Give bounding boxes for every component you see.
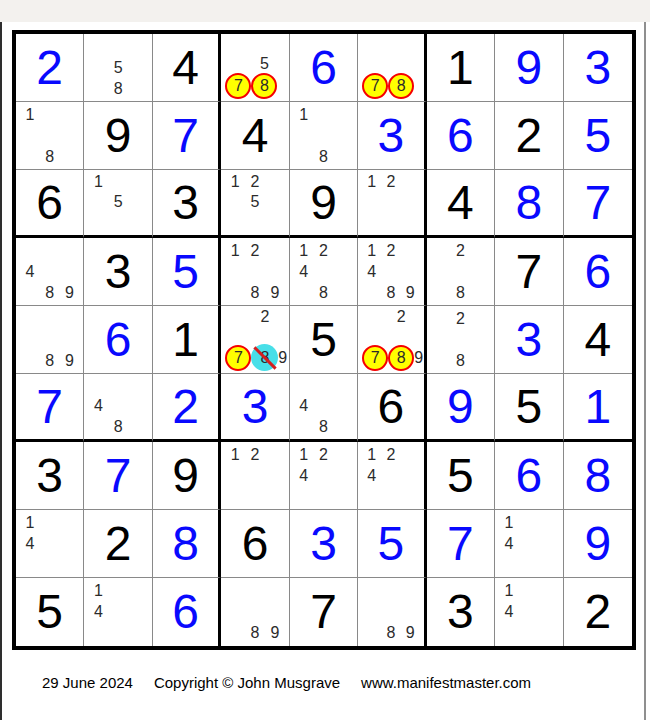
cell-r1c4[interactable]: 578 <box>221 34 289 102</box>
pencil-marks: 89 <box>362 580 419 644</box>
pencil-marks: 578 <box>225 36 284 99</box>
pencil-marks: 124 <box>362 444 419 507</box>
entered-digit: 7 <box>16 374 83 439</box>
cell-r8c4[interactable]: 6 <box>221 510 289 578</box>
cell-r5c3[interactable]: 1 <box>153 306 221 374</box>
given-digit: 1 <box>427 34 494 101</box>
pencil-marks: 28 <box>431 308 490 371</box>
footer-copyright: Copyright © John Musgrave <box>154 674 340 691</box>
cell-r4c6[interactable]: 12489 <box>358 238 426 306</box>
given-digit: 4 <box>153 34 218 101</box>
candidate: 4 <box>20 261 40 282</box>
candidate: 4 <box>362 261 381 282</box>
given-digit: 1 <box>153 306 218 373</box>
given-digit: 5 <box>16 578 83 646</box>
cell-r4c3[interactable]: 5 <box>153 238 221 306</box>
given-digit: 3 <box>153 170 218 235</box>
cell-r9c7[interactable]: 3 <box>427 578 495 646</box>
entered-digit: 6 <box>564 238 632 305</box>
candidate: 4 <box>499 533 519 554</box>
given-digit: 6 <box>16 170 83 235</box>
cell-r6c3[interactable]: 2 <box>153 374 221 442</box>
entered-digit: 6 <box>153 578 218 646</box>
candidate: 9 <box>278 344 287 371</box>
given-digit: 3 <box>16 442 83 509</box>
cell-r9c6[interactable]: 89 <box>358 578 426 646</box>
entered-digit: 5 <box>564 102 632 169</box>
cell-r5c7[interactable]: 28 <box>427 306 495 374</box>
cell-r7c7[interactable]: 5 <box>427 442 495 510</box>
cell-r4c7[interactable]: 28 <box>427 238 495 306</box>
entered-digit: 7 <box>153 102 218 169</box>
given-digit: 6 <box>221 510 288 577</box>
cell-r5c5[interactable]: 5 <box>290 306 358 374</box>
candidate: 5 <box>251 55 277 74</box>
cell-r9c2[interactable]: 14 <box>84 578 152 646</box>
pencil-marks: 14 <box>20 512 79 575</box>
cell-r6c1[interactable]: 7 <box>16 374 84 442</box>
candidate: 1 <box>294 240 314 261</box>
pencil-marks: 12 <box>225 444 284 507</box>
pencil-marks: 89 <box>20 308 79 371</box>
cell-r6c7[interactable]: 9 <box>427 374 495 442</box>
circled-candidate: 8 <box>251 73 277 99</box>
entered-digit: 3 <box>358 102 423 169</box>
candidate: 9 <box>265 282 285 303</box>
entered-digit: 1 <box>564 374 632 439</box>
candidate: 2 <box>245 444 265 465</box>
cell-r5c8[interactable]: 3 <box>495 306 563 374</box>
cell-r8c9[interactable]: 9 <box>564 510 632 578</box>
pencil-marks: 14 <box>499 512 558 575</box>
cell-r1c5[interactable]: 6 <box>290 34 358 102</box>
given-digit: 2 <box>495 102 562 169</box>
entered-digit: 3 <box>221 374 288 439</box>
candidate: 8 <box>40 282 60 303</box>
given-digit: 7 <box>290 578 357 646</box>
cell-r7c3[interactable]: 9 <box>153 442 221 510</box>
cell-r8c1[interactable]: 14 <box>16 510 84 578</box>
cell-r9c8[interactable]: 14 <box>495 578 563 646</box>
cell-r2c9[interactable]: 5 <box>564 102 632 170</box>
sudoku-board: 2584578678193189741836256153125912487489… <box>12 30 636 650</box>
circled-candidate: 8 <box>388 73 414 99</box>
window-right-border <box>644 22 646 720</box>
candidate: 1 <box>499 512 519 533</box>
entered-digit: 6 <box>495 442 562 509</box>
window-left-border <box>0 22 2 720</box>
cell-r1c7[interactable]: 1 <box>427 34 495 102</box>
candidate: 1 <box>20 512 40 533</box>
footer: 29 June 2024 Copyright © John Musgrave w… <box>42 674 531 691</box>
given-digit: 3 <box>84 238 151 305</box>
cell-r5c6[interactable]: 2789 <box>358 306 426 374</box>
given-digit: 6 <box>358 374 423 439</box>
cell-r6c2[interactable]: 48 <box>84 374 152 442</box>
candidate: 4 <box>88 601 108 622</box>
given-digit: 3 <box>427 578 494 646</box>
candidate: 1 <box>225 444 245 465</box>
cell-r5c4[interactable]: 2789 <box>221 306 289 374</box>
candidate: 8 <box>381 623 400 644</box>
candidate: 8 <box>450 350 470 371</box>
cell-r6c6[interactable]: 6 <box>358 374 426 442</box>
pencil-marks: 2789 <box>362 308 419 371</box>
given-digit: 2 <box>564 578 632 646</box>
entered-digit: 3 <box>290 510 357 577</box>
candidate: 5 <box>108 57 128 78</box>
cell-r7c5[interactable]: 124 <box>290 442 358 510</box>
candidate: 2 <box>450 240 470 261</box>
given-digit: 5 <box>495 374 562 439</box>
candidate: 1 <box>294 104 314 125</box>
cell-r2c8[interactable]: 2 <box>495 102 563 170</box>
cell-r7c4[interactable]: 12 <box>221 442 289 510</box>
cell-r8c2[interactable]: 2 <box>84 510 152 578</box>
cell-r5c1[interactable]: 89 <box>16 306 84 374</box>
candidate: 1 <box>362 240 381 261</box>
cell-r8c6[interactable]: 5 <box>358 510 426 578</box>
entered-digit: 3 <box>564 34 632 101</box>
cell-r3c9[interactable]: 7 <box>564 170 632 238</box>
pencil-marks: 14 <box>88 580 147 644</box>
candidate: 2 <box>245 240 265 261</box>
cell-r2c7[interactable]: 6 <box>427 102 495 170</box>
given-digit: 5 <box>290 306 357 373</box>
circled-candidate: 7 <box>225 345 251 371</box>
entered-digit: 5 <box>358 510 423 577</box>
candidate: 1 <box>362 172 381 192</box>
entered-digit: 9 <box>495 34 562 101</box>
candidate: 2 <box>314 444 334 465</box>
candidate: 5 <box>108 192 128 212</box>
pencil-marks: 28 <box>431 240 490 303</box>
cell-r3c8[interactable]: 8 <box>495 170 563 238</box>
entered-digit: 8 <box>153 510 218 577</box>
pencil-marks: 125 <box>225 172 284 233</box>
pencil-marks: 15 <box>88 172 147 233</box>
circled-candidate: 7 <box>362 345 388 371</box>
candidate: 1 <box>88 172 108 192</box>
given-digit: 9 <box>84 102 151 169</box>
pencil-marks: 58 <box>88 36 147 99</box>
cell-r1c6[interactable]: 78 <box>358 34 426 102</box>
cell-r1c1[interactable]: 2 <box>16 34 84 102</box>
cell-r5c9[interactable]: 4 <box>564 306 632 374</box>
entered-digit: 2 <box>16 34 83 101</box>
given-digit: 4 <box>427 170 494 235</box>
candidate: 8 <box>450 282 470 303</box>
cell-r2c1[interactable]: 18 <box>16 102 84 170</box>
cell-r2c3[interactable]: 7 <box>153 102 221 170</box>
pencil-marks: 2789 <box>225 308 284 371</box>
candidate: 8 <box>108 417 128 437</box>
cell-r9c1[interactable]: 5 <box>16 578 84 646</box>
candidate: 8 <box>108 78 128 99</box>
cell-r7c8[interactable]: 6 <box>495 442 563 510</box>
candidate: 9 <box>265 623 285 644</box>
entered-digit: 2 <box>153 374 218 439</box>
entered-digit: 8 <box>564 442 632 509</box>
cell-r3c4[interactable]: 125 <box>221 170 289 238</box>
given-digit: 5 <box>427 442 494 509</box>
cell-r6c8[interactable]: 5 <box>495 374 563 442</box>
candidate: 8 <box>40 146 60 167</box>
given-digit: 9 <box>290 170 357 235</box>
given-digit: 9 <box>153 442 218 509</box>
entered-digit: 7 <box>564 170 632 235</box>
candidate: 9 <box>414 345 423 371</box>
circled-candidate: 7 <box>362 73 388 99</box>
cell-r9c3[interactable]: 6 <box>153 578 221 646</box>
candidate: 1 <box>362 444 381 465</box>
entered-digit: 6 <box>290 34 357 101</box>
candidate: 1 <box>225 240 245 261</box>
cell-r8c7[interactable]: 7 <box>427 510 495 578</box>
cell-r4c9[interactable]: 6 <box>564 238 632 306</box>
pencil-marks: 1289 <box>225 240 284 303</box>
eliminated-candidate: 8 <box>251 344 278 371</box>
entered-digit: 6 <box>84 306 151 373</box>
pencil-marks: 18 <box>294 104 353 167</box>
candidate: 2 <box>381 444 400 465</box>
cell-r4c2[interactable]: 3 <box>84 238 152 306</box>
entered-digit: 3 <box>495 306 562 373</box>
cell-r8c8[interactable]: 14 <box>495 510 563 578</box>
cell-r5c2[interactable]: 6 <box>84 306 152 374</box>
given-digit: 7 <box>495 238 562 305</box>
candidate: 8 <box>314 282 334 303</box>
candidate: 8 <box>245 623 265 644</box>
cell-r8c5[interactable]: 3 <box>290 510 358 578</box>
pencil-marks: 78 <box>362 36 419 99</box>
candidate: 1 <box>20 104 40 125</box>
entered-digit: 8 <box>495 170 562 235</box>
candidate: 9 <box>401 282 420 303</box>
cell-r6c4[interactable]: 3 <box>221 374 289 442</box>
cell-r3c7[interactable]: 4 <box>427 170 495 238</box>
candidate: 5 <box>245 192 265 212</box>
pencil-marks: 489 <box>20 240 79 303</box>
pencil-marks: 89 <box>225 580 284 644</box>
entered-digit: 9 <box>564 510 632 577</box>
entered-digit: 9 <box>427 374 494 439</box>
candidate: 8 <box>245 282 265 303</box>
candidate: 8 <box>40 350 60 371</box>
cell-r9c5[interactable]: 7 <box>290 578 358 646</box>
cell-r3c6[interactable]: 12 <box>358 170 426 238</box>
entered-digit: 7 <box>427 510 494 577</box>
cell-r7c9[interactable]: 8 <box>564 442 632 510</box>
candidate: 1 <box>88 580 108 601</box>
cell-r6c9[interactable]: 1 <box>564 374 632 442</box>
cell-r1c9[interactable]: 3 <box>564 34 632 102</box>
pencil-marks: 1248 <box>294 240 353 303</box>
candidate: 9 <box>60 282 80 303</box>
cell-r2c4[interactable]: 4 <box>221 102 289 170</box>
cell-r6c5[interactable]: 48 <box>290 374 358 442</box>
candidate: 8 <box>314 417 334 437</box>
candidate: 2 <box>245 172 265 192</box>
cell-r2c2[interactable]: 9 <box>84 102 152 170</box>
candidate: 2 <box>388 308 414 327</box>
cell-r4c8[interactable]: 7 <box>495 238 563 306</box>
candidate: 4 <box>294 261 314 282</box>
candidate: 4 <box>20 533 40 554</box>
cell-r1c3[interactable]: 4 <box>153 34 221 102</box>
pencil-marks: 48 <box>88 376 147 437</box>
candidate: 2 <box>381 240 400 261</box>
cell-r4c4[interactable]: 1289 <box>221 238 289 306</box>
candidate: 4 <box>362 465 381 486</box>
candidate: 2 <box>381 172 400 192</box>
given-digit: 2 <box>84 510 151 577</box>
candidate: 2 <box>251 308 278 326</box>
candidate: 1 <box>225 172 245 192</box>
pencil-marks: 12489 <box>362 240 419 303</box>
cell-r7c1[interactable]: 3 <box>16 442 84 510</box>
candidate: 2 <box>450 308 470 329</box>
given-digit: 4 <box>221 102 288 169</box>
cell-r1c8[interactable]: 9 <box>495 34 563 102</box>
candidate: 4 <box>294 396 314 416</box>
pencil-marks: 124 <box>294 444 353 507</box>
cell-r4c5[interactable]: 1248 <box>290 238 358 306</box>
cell-r7c2[interactable]: 7 <box>84 442 152 510</box>
cell-r3c2[interactable]: 15 <box>84 170 152 238</box>
pencil-marks: 48 <box>294 376 353 437</box>
cell-r8c3[interactable]: 8 <box>153 510 221 578</box>
pencil-marks: 18 <box>20 104 79 167</box>
cell-r1c2[interactable]: 58 <box>84 34 152 102</box>
candidate: 1 <box>499 580 519 601</box>
cell-r3c1[interactable]: 6 <box>16 170 84 238</box>
pencil-marks: 14 <box>499 580 558 644</box>
given-digit: 4 <box>564 306 632 373</box>
footer-date: 29 June 2024 <box>42 674 133 691</box>
circled-candidate: 8 <box>388 345 414 371</box>
cell-r9c4[interactable]: 89 <box>221 578 289 646</box>
candidate: 4 <box>499 601 519 622</box>
cell-r7c6[interactable]: 124 <box>358 442 426 510</box>
footer-website: www.manifestmaster.com <box>361 674 531 691</box>
candidate: 9 <box>60 350 80 371</box>
candidate: 8 <box>381 282 400 303</box>
candidate: 9 <box>401 623 420 644</box>
candidate: 2 <box>314 240 334 261</box>
candidate: 1 <box>294 444 314 465</box>
cell-r4c1[interactable]: 489 <box>16 238 84 306</box>
entered-digit: 7 <box>84 442 151 509</box>
pencil-marks: 12 <box>362 172 419 233</box>
candidate: 4 <box>294 465 314 486</box>
entered-digit: 5 <box>153 238 218 305</box>
cell-r3c3[interactable]: 3 <box>153 170 221 238</box>
entered-digit: 6 <box>427 102 494 169</box>
cell-r2c6[interactable]: 3 <box>358 102 426 170</box>
cell-r9c9[interactable]: 2 <box>564 578 632 646</box>
candidate: 8 <box>314 146 334 167</box>
window-top-strip <box>0 0 650 22</box>
cell-r3c5[interactable]: 9 <box>290 170 358 238</box>
candidate: 4 <box>88 396 108 416</box>
cell-r2c5[interactable]: 18 <box>290 102 358 170</box>
circled-candidate: 7 <box>225 73 251 99</box>
